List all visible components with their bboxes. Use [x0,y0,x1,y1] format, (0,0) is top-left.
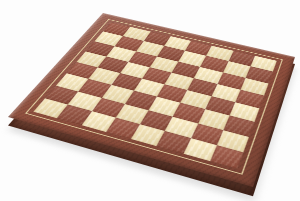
photo-background [0,0,300,201]
